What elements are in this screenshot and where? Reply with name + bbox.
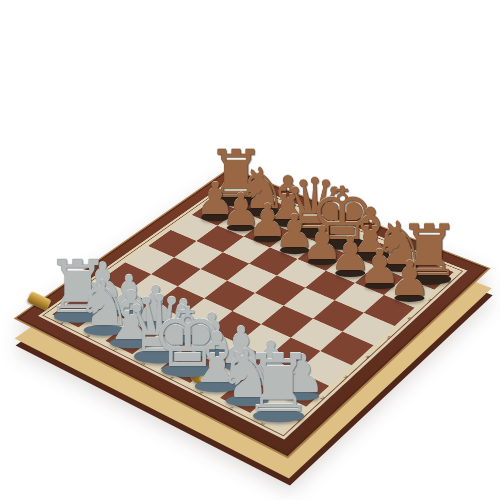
chess-board: ABCDEFGH 87654321 (85, 123, 425, 463)
board-top-face: ABCDEFGH 87654321 (14, 167, 491, 458)
coordinate-band: ABCDEFGH 87654321 (38, 179, 467, 440)
board-frame: ABCDEFGH 87654321 (14, 167, 491, 458)
product-photo-scene: ABCDEFGH 87654321 ♜♞♟♝♟♛♟♚♟♝♟♞♟♜♟♟♟♟♜♟♞♟… (0, 0, 500, 500)
